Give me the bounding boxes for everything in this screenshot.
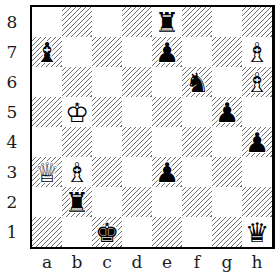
- square-e8: ♜: [152, 7, 182, 37]
- square-b4: [62, 127, 92, 157]
- rank-label-3: 3: [0, 157, 24, 187]
- chess-diagram: 87654321 ♜♝♟♝♗♞♝♗♚♔♟♟♛♕♝♗♟♜♚♛ abcdefgh: [0, 0, 279, 279]
- square-b1: [62, 217, 92, 247]
- square-h4: ♟: [242, 127, 272, 157]
- square-a4: [32, 127, 62, 157]
- square-e3: ♟: [152, 157, 182, 187]
- rank-label-5: 5: [0, 97, 24, 127]
- chess-board: ♜♝♟♝♗♞♝♗♚♔♟♟♛♕♝♗♟♜♚♛: [30, 5, 275, 249]
- square-c5: [92, 97, 122, 127]
- square-c4: [92, 127, 122, 157]
- black-bishop-a7: ♝: [32, 37, 62, 67]
- square-h8: [242, 7, 272, 37]
- square-h5: [242, 97, 272, 127]
- square-a3: ♛♕: [32, 157, 62, 187]
- square-b5: ♚♔: [62, 97, 92, 127]
- black-pawn-e3: ♟: [152, 157, 182, 187]
- square-b2: ♜: [62, 187, 92, 217]
- square-h1: ♛: [242, 217, 272, 247]
- square-f7: [182, 37, 212, 67]
- square-d5: [122, 97, 152, 127]
- white-bishop-h7: ♗: [242, 37, 272, 67]
- white-king-b5: ♔: [62, 97, 92, 127]
- square-f5: [182, 97, 212, 127]
- rank-label-7: 7: [0, 37, 24, 67]
- square-g5: ♟: [212, 97, 242, 127]
- rank-label-1: 1: [0, 217, 24, 247]
- file-label-e: e: [152, 250, 182, 274]
- square-h2: [242, 187, 272, 217]
- square-a8: [32, 7, 62, 37]
- square-e7: ♟: [152, 37, 182, 67]
- black-rook-e8: ♜: [152, 7, 182, 37]
- white-queen-a3: ♕: [32, 157, 62, 187]
- white-bishop-h6: ♗: [242, 67, 272, 97]
- square-g8: [212, 7, 242, 37]
- square-f1: [182, 217, 212, 247]
- black-pawn-h4: ♟: [242, 127, 272, 157]
- square-d4: [122, 127, 152, 157]
- square-h6: ♝♗: [242, 67, 272, 97]
- black-queen-h1: ♛: [242, 217, 272, 247]
- square-c3: [92, 157, 122, 187]
- square-f2: [182, 187, 212, 217]
- square-g6: [212, 67, 242, 97]
- square-d7: [122, 37, 152, 67]
- rank-label-2: 2: [0, 187, 24, 217]
- square-e5: [152, 97, 182, 127]
- file-label-f: f: [182, 250, 212, 274]
- black-king-c1: ♚: [92, 217, 122, 247]
- square-h3: [242, 157, 272, 187]
- square-d3: [122, 157, 152, 187]
- square-a5: [32, 97, 62, 127]
- square-e6: [152, 67, 182, 97]
- square-f8: [182, 7, 212, 37]
- rank-labels: 87654321: [0, 7, 24, 247]
- square-f3: [182, 157, 212, 187]
- square-c1: ♚: [92, 217, 122, 247]
- file-label-g: g: [212, 250, 242, 274]
- square-f4: [182, 127, 212, 157]
- rank-label-4: 4: [0, 127, 24, 157]
- square-b3: ♝♗: [62, 157, 92, 187]
- square-b7: [62, 37, 92, 67]
- square-e2: [152, 187, 182, 217]
- black-pawn-g5: ♟: [212, 97, 242, 127]
- square-a1: [32, 217, 62, 247]
- white-bishop-b3: ♗: [62, 157, 92, 187]
- square-g2: [212, 187, 242, 217]
- square-b8: [62, 7, 92, 37]
- square-g4: [212, 127, 242, 157]
- square-h7: ♝♗: [242, 37, 272, 67]
- square-a7: ♝: [32, 37, 62, 67]
- square-c8: [92, 7, 122, 37]
- file-label-a: a: [32, 250, 62, 274]
- square-c6: [92, 67, 122, 97]
- square-d2: [122, 187, 152, 217]
- rank-label-8: 8: [0, 7, 24, 37]
- square-c2: [92, 187, 122, 217]
- file-label-c: c: [92, 250, 122, 274]
- file-label-h: h: [242, 250, 272, 274]
- square-d6: [122, 67, 152, 97]
- square-d1: [122, 217, 152, 247]
- black-pawn-e7: ♟: [152, 37, 182, 67]
- square-g1: [212, 217, 242, 247]
- square-c7: [92, 37, 122, 67]
- square-e1: [152, 217, 182, 247]
- rank-label-6: 6: [0, 67, 24, 97]
- square-g7: [212, 37, 242, 67]
- square-a2: [32, 187, 62, 217]
- file-label-b: b: [62, 250, 92, 274]
- file-labels: abcdefgh: [32, 250, 272, 274]
- square-g3: [212, 157, 242, 187]
- black-knight-f6: ♞: [182, 67, 212, 97]
- square-e4: [152, 127, 182, 157]
- black-rook-b2: ♜: [62, 187, 92, 217]
- square-b6: [62, 67, 92, 97]
- square-a6: [32, 67, 62, 97]
- square-f6: ♞: [182, 67, 212, 97]
- file-label-d: d: [122, 250, 152, 274]
- square-d8: [122, 7, 152, 37]
